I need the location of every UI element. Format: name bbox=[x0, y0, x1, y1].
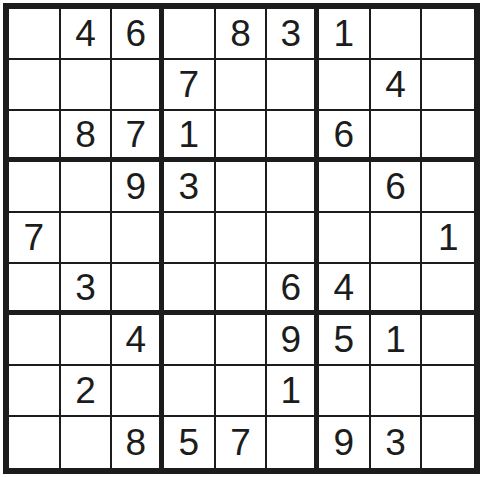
cell-r8c8-empty[interactable] bbox=[371, 366, 423, 417]
cell-r5c7-empty[interactable] bbox=[319, 213, 371, 264]
cell-r1c4-empty[interactable] bbox=[164, 9, 216, 60]
sudoku-page: 468317487169367136449512185793 bbox=[0, 0, 483, 477]
cell-r2c8-given[interactable]: 4 bbox=[371, 60, 423, 111]
cell-r2c6-empty[interactable] bbox=[267, 60, 319, 111]
cell-r7c4-empty[interactable] bbox=[164, 315, 216, 366]
cell-r4c9-empty[interactable] bbox=[422, 162, 474, 213]
cell-r9c6-empty[interactable] bbox=[267, 417, 319, 468]
cell-r5c4-empty[interactable] bbox=[164, 213, 216, 264]
cell-r2c1-empty[interactable] bbox=[9, 60, 61, 111]
cell-r3c1-empty[interactable] bbox=[9, 111, 61, 162]
cell-r1c5-given[interactable]: 8 bbox=[216, 9, 268, 60]
cell-r2c5-empty[interactable] bbox=[216, 60, 268, 111]
cell-r3c5-empty[interactable] bbox=[216, 111, 268, 162]
cell-r9c5-given[interactable]: 7 bbox=[216, 417, 268, 468]
cell-r7c9-empty[interactable] bbox=[422, 315, 474, 366]
cell-r8c9-empty[interactable] bbox=[422, 366, 474, 417]
cell-r1c7-given[interactable]: 1 bbox=[319, 9, 371, 60]
cell-r7c3-given[interactable]: 4 bbox=[112, 315, 164, 366]
cell-r2c2-empty[interactable] bbox=[61, 60, 113, 111]
cell-r6c7-given[interactable]: 4 bbox=[319, 264, 371, 315]
cell-r3c9-empty[interactable] bbox=[422, 111, 474, 162]
cell-r4c1-empty[interactable] bbox=[9, 162, 61, 213]
cell-r3c8-empty[interactable] bbox=[371, 111, 423, 162]
cell-r7c7-given[interactable]: 5 bbox=[319, 315, 371, 366]
cell-r4c4-given[interactable]: 3 bbox=[164, 162, 216, 213]
cell-r6c2-given[interactable]: 3 bbox=[61, 264, 113, 315]
cell-r3c6-empty[interactable] bbox=[267, 111, 319, 162]
cell-r8c2-given[interactable]: 2 bbox=[61, 366, 113, 417]
cell-r2c7-empty[interactable] bbox=[319, 60, 371, 111]
cell-r8c7-empty[interactable] bbox=[319, 366, 371, 417]
cell-r8c1-empty[interactable] bbox=[9, 366, 61, 417]
cell-r7c8-given[interactable]: 1 bbox=[371, 315, 423, 366]
sudoku-board: 468317487169367136449512185793 bbox=[3, 3, 480, 474]
cell-r9c9-empty[interactable] bbox=[422, 417, 474, 468]
cell-r9c8-given[interactable]: 3 bbox=[371, 417, 423, 468]
cell-r2c9-empty[interactable] bbox=[422, 60, 474, 111]
cell-r7c1-empty[interactable] bbox=[9, 315, 61, 366]
cell-r9c3-given[interactable]: 8 bbox=[112, 417, 164, 468]
cell-r9c1-empty[interactable] bbox=[9, 417, 61, 468]
cell-r2c3-empty[interactable] bbox=[112, 60, 164, 111]
cell-r7c2-empty[interactable] bbox=[61, 315, 113, 366]
cell-r5c9-given[interactable]: 1 bbox=[422, 213, 474, 264]
cell-r6c5-empty[interactable] bbox=[216, 264, 268, 315]
cell-r8c5-empty[interactable] bbox=[216, 366, 268, 417]
cell-r3c3-given[interactable]: 7 bbox=[112, 111, 164, 162]
cell-r4c3-given[interactable]: 9 bbox=[112, 162, 164, 213]
cell-r9c4-given[interactable]: 5 bbox=[164, 417, 216, 468]
cell-r8c4-empty[interactable] bbox=[164, 366, 216, 417]
cell-r6c3-empty[interactable] bbox=[112, 264, 164, 315]
cell-r4c6-empty[interactable] bbox=[267, 162, 319, 213]
cell-r5c2-empty[interactable] bbox=[61, 213, 113, 264]
cell-r1c6-given[interactable]: 3 bbox=[267, 9, 319, 60]
cell-r4c8-given[interactable]: 6 bbox=[371, 162, 423, 213]
cell-r4c7-empty[interactable] bbox=[319, 162, 371, 213]
cell-r6c6-given[interactable]: 6 bbox=[267, 264, 319, 315]
cell-r4c2-empty[interactable] bbox=[61, 162, 113, 213]
cell-r3c2-given[interactable]: 8 bbox=[61, 111, 113, 162]
cell-r5c5-empty[interactable] bbox=[216, 213, 268, 264]
cell-r1c2-given[interactable]: 4 bbox=[61, 9, 113, 60]
cell-r1c8-empty[interactable] bbox=[371, 9, 423, 60]
cell-r1c1-empty[interactable] bbox=[9, 9, 61, 60]
cell-r1c3-given[interactable]: 6 bbox=[112, 9, 164, 60]
cell-r9c2-empty[interactable] bbox=[61, 417, 113, 468]
cell-r3c7-given[interactable]: 6 bbox=[319, 111, 371, 162]
cell-r3c4-given[interactable]: 1 bbox=[164, 111, 216, 162]
cell-r5c1-given[interactable]: 7 bbox=[9, 213, 61, 264]
cell-r6c9-empty[interactable] bbox=[422, 264, 474, 315]
cell-r7c6-given[interactable]: 9 bbox=[267, 315, 319, 366]
cell-r9c7-given[interactable]: 9 bbox=[319, 417, 371, 468]
cell-r2c4-given[interactable]: 7 bbox=[164, 60, 216, 111]
cell-r1c9-empty[interactable] bbox=[422, 9, 474, 60]
cell-r7c5-empty[interactable] bbox=[216, 315, 268, 366]
cell-r5c8-empty[interactable] bbox=[371, 213, 423, 264]
cell-r6c8-empty[interactable] bbox=[371, 264, 423, 315]
cell-r8c3-empty[interactable] bbox=[112, 366, 164, 417]
cell-r5c3-empty[interactable] bbox=[112, 213, 164, 264]
cell-r5c6-empty[interactable] bbox=[267, 213, 319, 264]
cell-r6c1-empty[interactable] bbox=[9, 264, 61, 315]
cell-r6c4-empty[interactable] bbox=[164, 264, 216, 315]
cell-r8c6-given[interactable]: 1 bbox=[267, 366, 319, 417]
cell-r4c5-empty[interactable] bbox=[216, 162, 268, 213]
